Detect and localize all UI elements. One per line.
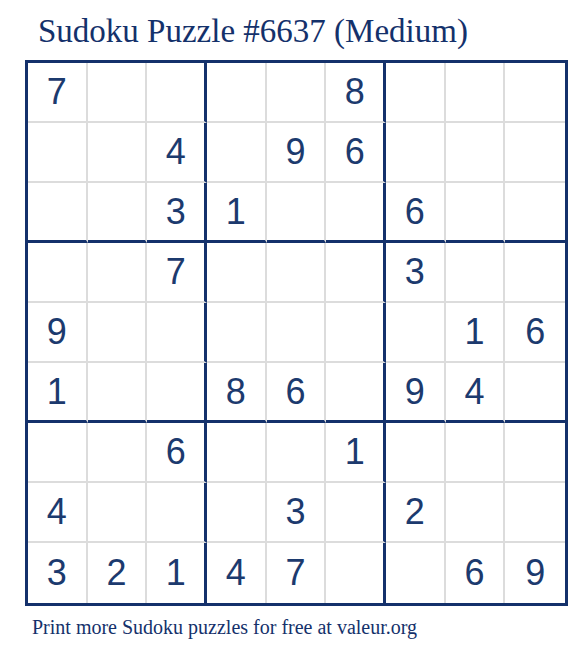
sudoku-cell-r7c7 — [386, 423, 446, 483]
sudoku-cell-r1c8 — [446, 63, 506, 123]
sudoku-cell-r2c8 — [446, 123, 506, 183]
sudoku-cell-r3c3: 3 — [147, 183, 207, 243]
sudoku-cell-r4c7: 3 — [386, 243, 446, 303]
sudoku-cell-r8c6 — [326, 483, 386, 543]
sudoku-cell-r4c5 — [267, 243, 327, 303]
sudoku-cell-r4c2 — [88, 243, 148, 303]
sudoku-cell-r3c7: 6 — [386, 183, 446, 243]
sudoku-cell-r3c9 — [505, 183, 565, 243]
sudoku-cell-r5c9: 6 — [505, 303, 565, 363]
sudoku-cell-r6c2 — [88, 363, 148, 423]
sudoku-cell-r5c4 — [207, 303, 267, 363]
sudoku-cell-r5c5 — [267, 303, 327, 363]
sudoku-cell-r5c2 — [88, 303, 148, 363]
sudoku-cell-r7c8 — [446, 423, 506, 483]
page-title: Sudoku Puzzle #6637 (Medium) — [38, 13, 468, 49]
sudoku-cell-r8c9 — [505, 483, 565, 543]
sudoku-cell-r9c6 — [326, 543, 386, 603]
sudoku-cell-r3c1 — [28, 183, 88, 243]
sudoku-cell-r2c4 — [207, 123, 267, 183]
sudoku-cell-r9c2: 2 — [88, 543, 148, 603]
sudoku-page: Sudoku Puzzle #6637 (Medium) 78496316739… — [0, 0, 574, 651]
sudoku-cell-r5c3 — [147, 303, 207, 363]
sudoku-cell-r5c8: 1 — [446, 303, 506, 363]
sudoku-cell-r5c6 — [326, 303, 386, 363]
sudoku-cell-r5c7 — [386, 303, 446, 363]
sudoku-cell-r3c5 — [267, 183, 327, 243]
sudoku-cell-r2c3: 4 — [147, 123, 207, 183]
sudoku-cell-r2c6: 6 — [326, 123, 386, 183]
sudoku-cell-r2c2 — [88, 123, 148, 183]
sudoku-cell-r4c6 — [326, 243, 386, 303]
sudoku-cell-r8c1: 4 — [28, 483, 88, 543]
sudoku-cell-r1c6: 8 — [326, 63, 386, 123]
sudoku-cell-r4c8 — [446, 243, 506, 303]
sudoku-cell-r7c5 — [267, 423, 327, 483]
sudoku-cell-r1c7 — [386, 63, 446, 123]
sudoku-cell-r1c5 — [267, 63, 327, 123]
sudoku-cell-r9c8: 6 — [446, 543, 506, 603]
sudoku-cell-r7c4 — [207, 423, 267, 483]
sudoku-cell-r9c3: 1 — [147, 543, 207, 603]
sudoku-cell-r1c1: 7 — [28, 63, 88, 123]
sudoku-cell-r8c4 — [207, 483, 267, 543]
sudoku-cell-r2c1 — [28, 123, 88, 183]
sudoku-cell-r6c5: 6 — [267, 363, 327, 423]
sudoku-cell-r7c3: 6 — [147, 423, 207, 483]
sudoku-cell-r9c1: 3 — [28, 543, 88, 603]
sudoku-cell-r6c1: 1 — [28, 363, 88, 423]
sudoku-cell-r9c9: 9 — [505, 543, 565, 603]
sudoku-cell-r7c6: 1 — [326, 423, 386, 483]
sudoku-cell-r6c7: 9 — [386, 363, 446, 423]
sudoku-cell-r1c4 — [207, 63, 267, 123]
sudoku-cell-r8c3 — [147, 483, 207, 543]
sudoku-cell-r4c3: 7 — [147, 243, 207, 303]
sudoku-cell-r3c6 — [326, 183, 386, 243]
sudoku-cell-r4c1 — [28, 243, 88, 303]
sudoku-cell-r9c4: 4 — [207, 543, 267, 603]
sudoku-cell-r1c3 — [147, 63, 207, 123]
sudoku-cell-r6c9 — [505, 363, 565, 423]
sudoku-cell-r7c9 — [505, 423, 565, 483]
sudoku-cell-r8c5: 3 — [267, 483, 327, 543]
footer-text: Print more Sudoku puzzles for free at va… — [32, 616, 417, 639]
sudoku-cell-r1c9 — [505, 63, 565, 123]
sudoku-cell-r3c4: 1 — [207, 183, 267, 243]
sudoku-cell-r5c1: 9 — [28, 303, 88, 363]
sudoku-cell-r2c9 — [505, 123, 565, 183]
sudoku-cell-r4c9 — [505, 243, 565, 303]
sudoku-board: 784963167391618694614323214769 — [25, 60, 568, 606]
sudoku-cell-r8c2 — [88, 483, 148, 543]
sudoku-cell-r2c5: 9 — [267, 123, 327, 183]
sudoku-cell-r6c8: 4 — [446, 363, 506, 423]
sudoku-cell-r6c6 — [326, 363, 386, 423]
sudoku-cell-r8c7: 2 — [386, 483, 446, 543]
sudoku-cell-r1c2 — [88, 63, 148, 123]
sudoku-cell-r3c2 — [88, 183, 148, 243]
sudoku-cell-r2c7 — [386, 123, 446, 183]
sudoku-cell-r8c8 — [446, 483, 506, 543]
sudoku-cell-r9c5: 7 — [267, 543, 327, 603]
sudoku-cell-r4c4 — [207, 243, 267, 303]
sudoku-cell-r6c4: 8 — [207, 363, 267, 423]
sudoku-cell-r6c3 — [147, 363, 207, 423]
sudoku-cell-r7c2 — [88, 423, 148, 483]
sudoku-cell-r9c7 — [386, 543, 446, 603]
sudoku-cell-r7c1 — [28, 423, 88, 483]
sudoku-cell-r3c8 — [446, 183, 506, 243]
